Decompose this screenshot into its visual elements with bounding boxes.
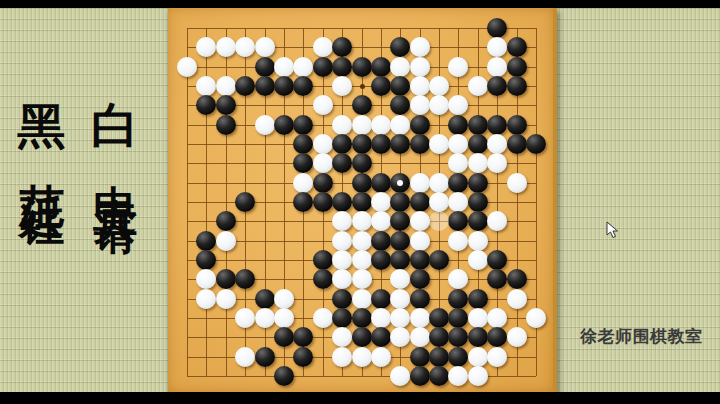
white-stone bbox=[274, 308, 294, 328]
black-stone bbox=[274, 327, 294, 347]
white-stone bbox=[177, 57, 197, 77]
black-stone bbox=[352, 308, 372, 328]
black-stone bbox=[390, 250, 410, 270]
black-stone bbox=[468, 289, 488, 309]
black-stone bbox=[313, 57, 333, 77]
black-stone bbox=[332, 308, 352, 328]
black-stone bbox=[507, 57, 527, 77]
white-stone bbox=[332, 76, 352, 96]
black-stone bbox=[216, 269, 236, 289]
white-stone bbox=[313, 37, 333, 57]
black-stone bbox=[293, 76, 313, 96]
black-stone bbox=[487, 269, 507, 289]
video-frame: 黑 范廷钰 白 申真谞 徐老师围棋教室 bbox=[0, 0, 720, 404]
white-stone bbox=[352, 269, 372, 289]
white-stone bbox=[255, 115, 275, 135]
black-stone bbox=[390, 192, 410, 212]
white-stone bbox=[371, 115, 391, 135]
white-stone bbox=[487, 308, 507, 328]
white-stone bbox=[448, 269, 468, 289]
white-stone bbox=[255, 37, 275, 57]
black-stone bbox=[507, 37, 527, 57]
mouse-cursor bbox=[606, 221, 620, 243]
white-stone bbox=[487, 211, 507, 231]
black-stone bbox=[448, 115, 468, 135]
ghost-stone-hover bbox=[429, 211, 449, 231]
black-stone bbox=[235, 192, 255, 212]
white-stone bbox=[274, 289, 294, 309]
white-stone bbox=[410, 37, 430, 57]
black-stone bbox=[468, 327, 488, 347]
white-stone bbox=[216, 231, 236, 251]
white-stone bbox=[332, 347, 352, 367]
black-stone bbox=[293, 153, 313, 173]
black-stone bbox=[448, 327, 468, 347]
white-stone bbox=[429, 95, 449, 115]
black-stone bbox=[235, 269, 255, 289]
black-stone bbox=[274, 76, 294, 96]
white-stone bbox=[390, 57, 410, 77]
white-stone bbox=[352, 289, 372, 309]
last-move-marker bbox=[397, 180, 403, 186]
black-stone bbox=[352, 327, 372, 347]
black-stone bbox=[332, 289, 352, 309]
black-stone bbox=[487, 18, 507, 38]
black-stone bbox=[274, 366, 294, 386]
white-stone bbox=[487, 153, 507, 173]
black-stone bbox=[371, 289, 391, 309]
black-stone bbox=[507, 76, 527, 96]
black-stone bbox=[410, 347, 430, 367]
black-stone bbox=[352, 57, 372, 77]
white-stone bbox=[410, 327, 430, 347]
black-stone bbox=[332, 153, 352, 173]
white-stone bbox=[507, 173, 527, 193]
white-stone bbox=[410, 231, 430, 251]
white-stone bbox=[371, 308, 391, 328]
black-stone bbox=[448, 211, 468, 231]
white-stone bbox=[196, 269, 216, 289]
white-stone bbox=[255, 308, 275, 328]
black-stone bbox=[293, 192, 313, 212]
black-stone bbox=[390, 231, 410, 251]
black-stone bbox=[332, 37, 352, 57]
black-stone bbox=[390, 95, 410, 115]
white-stone bbox=[313, 95, 333, 115]
black-stone bbox=[196, 231, 216, 251]
black-stone bbox=[352, 192, 372, 212]
white-stone bbox=[410, 173, 430, 193]
black-stone bbox=[448, 173, 468, 193]
white-stone bbox=[332, 269, 352, 289]
white-stone bbox=[448, 95, 468, 115]
black-stone bbox=[507, 269, 527, 289]
black-stone bbox=[371, 134, 391, 154]
white-stone bbox=[196, 76, 216, 96]
white-stone bbox=[468, 366, 488, 386]
white-stone bbox=[410, 76, 430, 96]
black-stone bbox=[352, 173, 372, 193]
black-stone bbox=[410, 250, 430, 270]
white-stone bbox=[468, 231, 488, 251]
black-stone bbox=[410, 269, 430, 289]
white-stone bbox=[293, 57, 313, 77]
white-stone bbox=[352, 250, 372, 270]
white-stone bbox=[235, 37, 255, 57]
white-stone bbox=[235, 308, 255, 328]
black-stone bbox=[390, 76, 410, 96]
board-grid bbox=[187, 28, 536, 376]
white-stone bbox=[468, 153, 488, 173]
white-stone bbox=[390, 327, 410, 347]
white-stone bbox=[448, 366, 468, 386]
white-stone bbox=[371, 347, 391, 367]
black-stone bbox=[448, 308, 468, 328]
white-stone bbox=[196, 289, 216, 309]
black-stone bbox=[468, 115, 488, 135]
white-stone bbox=[429, 134, 449, 154]
black-stone bbox=[468, 192, 488, 212]
white-stone bbox=[390, 269, 410, 289]
white-stone bbox=[332, 231, 352, 251]
white-stone bbox=[448, 134, 468, 154]
black-stone bbox=[487, 76, 507, 96]
black-stone bbox=[390, 37, 410, 57]
white-stone bbox=[390, 308, 410, 328]
black-stone bbox=[468, 173, 488, 193]
white-stone bbox=[196, 37, 216, 57]
white-stone bbox=[487, 37, 507, 57]
black-stone bbox=[371, 327, 391, 347]
black-stone bbox=[216, 211, 236, 231]
white-stone bbox=[487, 347, 507, 367]
black-stone bbox=[313, 192, 333, 212]
black-stone bbox=[410, 366, 430, 386]
white-stone bbox=[507, 289, 527, 309]
black-stone bbox=[526, 134, 546, 154]
black-stone bbox=[293, 134, 313, 154]
white-stone bbox=[468, 347, 488, 367]
white-stone bbox=[390, 366, 410, 386]
white-stone bbox=[313, 153, 333, 173]
white-stone bbox=[352, 231, 372, 251]
white-stone bbox=[410, 57, 430, 77]
white-stone bbox=[448, 192, 468, 212]
black-stone bbox=[429, 327, 449, 347]
black-stone bbox=[429, 308, 449, 328]
white-stone bbox=[468, 308, 488, 328]
black-stone bbox=[507, 134, 527, 154]
black-stone bbox=[429, 347, 449, 367]
black-player-name: 范廷钰 bbox=[20, 147, 65, 180]
white-stone bbox=[313, 308, 333, 328]
white-stone bbox=[274, 57, 294, 77]
black-stone bbox=[235, 76, 255, 96]
black-stone bbox=[390, 211, 410, 231]
go-board bbox=[168, 8, 557, 395]
black-stone bbox=[313, 269, 333, 289]
black-stone bbox=[255, 347, 275, 367]
white-stone bbox=[332, 327, 352, 347]
black-stone-last-move bbox=[390, 173, 410, 193]
black-stone bbox=[429, 250, 449, 270]
black-stone bbox=[468, 211, 488, 231]
black-stone bbox=[371, 76, 391, 96]
white-stone bbox=[410, 211, 430, 231]
black-stone bbox=[352, 95, 372, 115]
white-stone bbox=[468, 250, 488, 270]
black-stone bbox=[313, 250, 333, 270]
black-stone bbox=[196, 95, 216, 115]
black-stone bbox=[410, 289, 430, 309]
black-stone bbox=[487, 327, 507, 347]
black-stone bbox=[274, 115, 294, 135]
black-stone bbox=[487, 115, 507, 135]
white-stone bbox=[371, 192, 391, 212]
white-stone bbox=[216, 37, 236, 57]
letterbox-bar-bottom bbox=[0, 392, 720, 404]
white-stone bbox=[429, 76, 449, 96]
white-stone bbox=[352, 115, 372, 135]
white-stone bbox=[371, 211, 391, 231]
letterbox-bar-top bbox=[0, 0, 720, 8]
white-stone bbox=[332, 115, 352, 135]
white-player-name: 申真谞 bbox=[94, 150, 138, 189]
white-stone bbox=[293, 173, 313, 193]
black-stone bbox=[293, 115, 313, 135]
black-stone bbox=[507, 115, 527, 135]
black-stone bbox=[332, 134, 352, 154]
white-stone bbox=[410, 308, 430, 328]
white-stone bbox=[487, 57, 507, 77]
black-stone bbox=[255, 76, 275, 96]
black-stone bbox=[371, 250, 391, 270]
white-stone bbox=[352, 347, 372, 367]
black-stone bbox=[196, 250, 216, 270]
star-point bbox=[360, 84, 365, 89]
black-stone bbox=[255, 57, 275, 77]
white-stone bbox=[216, 289, 236, 309]
black-stone bbox=[371, 173, 391, 193]
white-stone bbox=[429, 173, 449, 193]
black-stone bbox=[448, 347, 468, 367]
black-stone bbox=[390, 134, 410, 154]
black-stone bbox=[429, 366, 449, 386]
white-stone bbox=[216, 76, 236, 96]
white-stone bbox=[410, 95, 430, 115]
white-stone bbox=[313, 134, 333, 154]
white-stone bbox=[390, 115, 410, 135]
white-stone bbox=[332, 250, 352, 270]
white-stone bbox=[507, 327, 527, 347]
white-stone bbox=[429, 192, 449, 212]
black-stone bbox=[410, 115, 430, 135]
black-stone bbox=[332, 57, 352, 77]
white-stone bbox=[468, 76, 488, 96]
black-stone bbox=[468, 134, 488, 154]
white-stone bbox=[390, 289, 410, 309]
white-stone bbox=[332, 211, 352, 231]
black-stone bbox=[371, 231, 391, 251]
black-stone bbox=[352, 134, 372, 154]
black-stone bbox=[313, 173, 333, 193]
black-stone bbox=[216, 95, 236, 115]
black-stone bbox=[293, 327, 313, 347]
black-stone bbox=[216, 115, 236, 135]
black-stone bbox=[255, 289, 275, 309]
black-stone bbox=[410, 134, 430, 154]
black-stone bbox=[410, 192, 430, 212]
white-stone bbox=[235, 347, 255, 367]
black-stone bbox=[371, 57, 391, 77]
black-stone bbox=[332, 192, 352, 212]
channel-watermark: 徐老师围棋教室 bbox=[580, 325, 703, 348]
white-stone bbox=[526, 308, 546, 328]
black-stone bbox=[352, 153, 372, 173]
black-stone bbox=[293, 347, 313, 367]
white-stone bbox=[487, 134, 507, 154]
white-stone bbox=[448, 57, 468, 77]
white-stone bbox=[352, 211, 372, 231]
white-stone bbox=[448, 153, 468, 173]
white-stone bbox=[448, 231, 468, 251]
black-stone bbox=[448, 289, 468, 309]
black-stone bbox=[487, 250, 507, 270]
